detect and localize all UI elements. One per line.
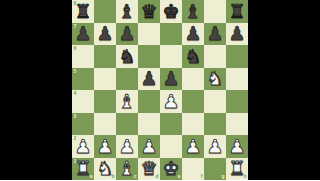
piece-white-pawn[interactable]: ♟ — [72, 135, 94, 158]
chess-board: 8♜♝♛♚♝♜7♟♟♟♟♟♟6♞♞5♟♟♞4♝♟32♟♟♟♟♟♟♟1a♜b♞c♝… — [72, 0, 248, 180]
square-f7[interactable]: ♟ — [182, 23, 204, 46]
square-e4[interactable]: ♟ — [160, 90, 182, 113]
piece-white-queen[interactable]: ♛ — [138, 158, 160, 181]
square-c3[interactable] — [116, 113, 138, 136]
square-c4[interactable]: ♝ — [116, 90, 138, 113]
square-b7[interactable]: ♟ — [94, 23, 116, 46]
square-a5[interactable]: 5 — [72, 68, 94, 91]
piece-white-rook[interactable]: ♜ — [72, 158, 94, 181]
piece-white-bishop[interactable]: ♝ — [116, 90, 138, 113]
square-d8[interactable]: ♛ — [138, 0, 160, 23]
square-h5[interactable] — [226, 68, 248, 91]
piece-black-pawn[interactable]: ♟ — [160, 68, 182, 91]
square-h6[interactable] — [226, 45, 248, 68]
rank-label-5: 5 — [74, 69, 77, 74]
square-h7[interactable]: ♟ — [226, 23, 248, 46]
piece-white-knight[interactable]: ♞ — [204, 68, 226, 91]
piece-white-pawn[interactable]: ♟ — [116, 135, 138, 158]
square-b5[interactable] — [94, 68, 116, 91]
piece-black-bishop[interactable]: ♝ — [116, 0, 138, 23]
piece-black-rook[interactable]: ♜ — [72, 0, 94, 23]
letterboxed-background: 8♜♝♛♚♝♜7♟♟♟♟♟♟6♞♞5♟♟♞4♝♟32♟♟♟♟♟♟♟1a♜b♞c♝… — [0, 0, 320, 180]
rank-label-4: 4 — [74, 91, 77, 96]
square-a3[interactable]: 3 — [72, 113, 94, 136]
square-g7[interactable]: ♟ — [204, 23, 226, 46]
piece-black-knight[interactable]: ♞ — [116, 45, 138, 68]
file-label-f: f — [201, 174, 203, 179]
square-h3[interactable] — [226, 113, 248, 136]
square-c5[interactable] — [116, 68, 138, 91]
square-b6[interactable] — [94, 45, 116, 68]
piece-white-bishop[interactable]: ♝ — [116, 158, 138, 181]
square-h4[interactable] — [226, 90, 248, 113]
piece-black-pawn[interactable]: ♟ — [72, 23, 94, 46]
square-e1[interactable]: e♚ — [160, 158, 182, 181]
square-d2[interactable]: ♟ — [138, 135, 160, 158]
square-g6[interactable] — [204, 45, 226, 68]
rank-label-3: 3 — [74, 114, 77, 119]
piece-black-pawn[interactable]: ♟ — [116, 23, 138, 46]
piece-white-knight[interactable]: ♞ — [94, 158, 116, 181]
square-b3[interactable] — [94, 113, 116, 136]
square-e5[interactable]: ♟ — [160, 68, 182, 91]
square-g4[interactable] — [204, 90, 226, 113]
square-h1[interactable]: h♜ — [226, 158, 248, 181]
piece-white-pawn[interactable]: ♟ — [94, 135, 116, 158]
square-g2[interactable]: ♟ — [204, 135, 226, 158]
square-b1[interactable]: b♞ — [94, 158, 116, 181]
piece-white-pawn[interactable]: ♟ — [226, 135, 248, 158]
square-g8[interactable] — [204, 0, 226, 23]
square-f6[interactable]: ♞ — [182, 45, 204, 68]
square-c7[interactable]: ♟ — [116, 23, 138, 46]
square-f3[interactable] — [182, 113, 204, 136]
piece-white-pawn[interactable]: ♟ — [182, 135, 204, 158]
square-c1[interactable]: c♝ — [116, 158, 138, 181]
square-h8[interactable]: ♜ — [226, 0, 248, 23]
square-g1[interactable]: g — [204, 158, 226, 181]
square-e8[interactable]: ♚ — [160, 0, 182, 23]
square-f5[interactable] — [182, 68, 204, 91]
square-c8[interactable]: ♝ — [116, 0, 138, 23]
piece-white-pawn[interactable]: ♟ — [204, 135, 226, 158]
square-a7[interactable]: 7♟ — [72, 23, 94, 46]
square-b8[interactable] — [94, 0, 116, 23]
piece-black-knight[interactable]: ♞ — [182, 45, 204, 68]
square-e3[interactable] — [160, 113, 182, 136]
square-e2[interactable] — [160, 135, 182, 158]
square-a1[interactable]: 1a♜ — [72, 158, 94, 181]
piece-black-pawn[interactable]: ♟ — [94, 23, 116, 46]
square-a2[interactable]: 2♟ — [72, 135, 94, 158]
piece-white-pawn[interactable]: ♟ — [160, 90, 182, 113]
piece-black-pawn[interactable]: ♟ — [204, 23, 226, 46]
square-h2[interactable]: ♟ — [226, 135, 248, 158]
square-e6[interactable] — [160, 45, 182, 68]
square-a6[interactable]: 6 — [72, 45, 94, 68]
file-label-g: g — [221, 174, 224, 179]
rank-label-6: 6 — [74, 46, 77, 51]
piece-black-rook[interactable]: ♜ — [226, 0, 248, 23]
square-b2[interactable]: ♟ — [94, 135, 116, 158]
square-d7[interactable] — [138, 23, 160, 46]
piece-white-king[interactable]: ♚ — [160, 158, 182, 181]
piece-black-king[interactable]: ♚ — [160, 0, 182, 23]
square-d5[interactable]: ♟ — [138, 68, 160, 91]
square-f8[interactable]: ♝ — [182, 0, 204, 23]
square-c2[interactable]: ♟ — [116, 135, 138, 158]
piece-black-pawn[interactable]: ♟ — [182, 23, 204, 46]
square-d3[interactable] — [138, 113, 160, 136]
piece-white-pawn[interactable]: ♟ — [138, 135, 160, 158]
piece-black-bishop[interactable]: ♝ — [182, 0, 204, 23]
square-b4[interactable] — [94, 90, 116, 113]
square-d4[interactable] — [138, 90, 160, 113]
square-g3[interactable] — [204, 113, 226, 136]
piece-white-rook[interactable]: ♜ — [226, 158, 248, 181]
square-f2[interactable]: ♟ — [182, 135, 204, 158]
piece-black-queen[interactable]: ♛ — [138, 0, 160, 23]
square-d1[interactable]: d♛ — [138, 158, 160, 181]
square-f4[interactable] — [182, 90, 204, 113]
square-f1[interactable]: f — [182, 158, 204, 181]
square-g5[interactable]: ♞ — [204, 68, 226, 91]
piece-black-pawn[interactable]: ♟ — [226, 23, 248, 46]
square-d6[interactable] — [138, 45, 160, 68]
square-a8[interactable]: 8♜ — [72, 0, 94, 23]
square-e7[interactable] — [160, 23, 182, 46]
square-a4[interactable]: 4 — [72, 90, 94, 113]
square-c6[interactable]: ♞ — [116, 45, 138, 68]
piece-black-pawn[interactable]: ♟ — [138, 68, 160, 91]
